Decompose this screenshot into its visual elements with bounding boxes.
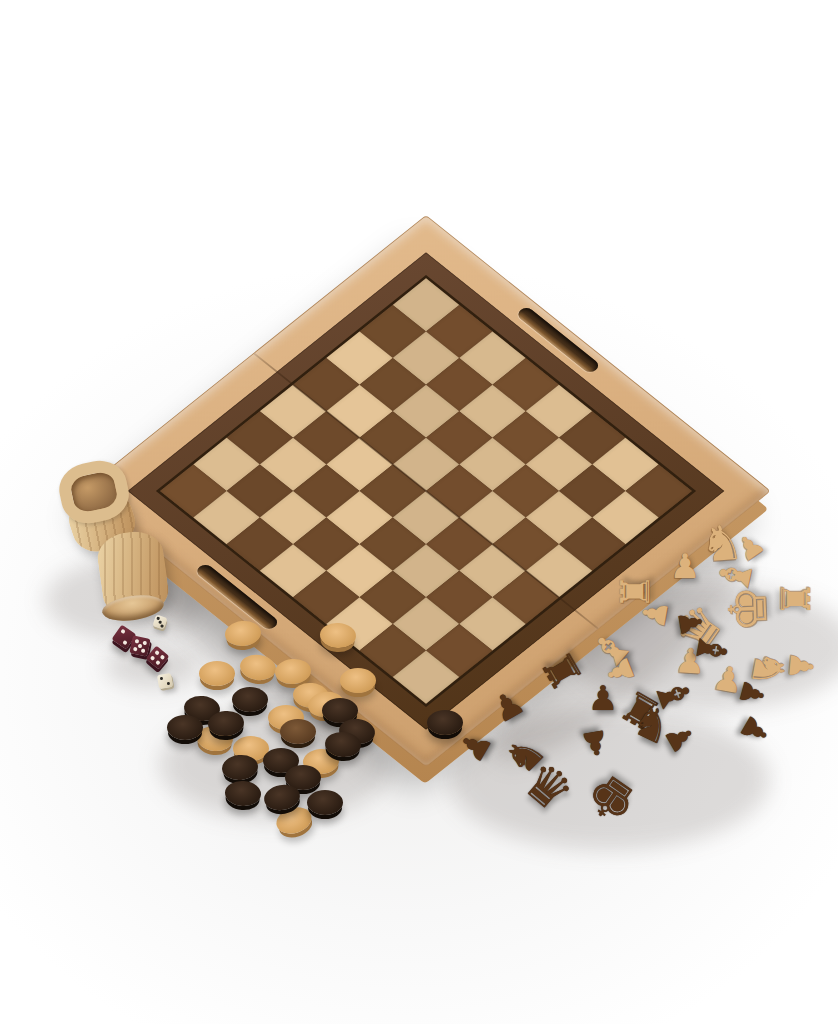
die-pip bbox=[120, 629, 126, 635]
ivory-die-2 bbox=[157, 673, 173, 689]
dark-pawn: ♟ bbox=[673, 607, 707, 639]
maroon-die-5 bbox=[129, 635, 150, 656]
light-pawn: ♟ bbox=[637, 597, 673, 631]
light-checker-disc bbox=[199, 661, 235, 686]
dark-pawn: ♟ bbox=[588, 681, 618, 715]
die-pip bbox=[133, 647, 138, 652]
dark-pawn: ♟ bbox=[578, 725, 612, 761]
die-pip bbox=[141, 648, 146, 653]
die-pip bbox=[155, 659, 160, 664]
die-pip bbox=[150, 655, 155, 660]
die-pip bbox=[160, 624, 163, 627]
die-pip bbox=[160, 677, 164, 681]
light-checker-disc bbox=[340, 668, 376, 693]
dark-checker-disc bbox=[232, 687, 268, 712]
die-pip bbox=[154, 650, 159, 655]
walnut-checker-disc bbox=[280, 719, 316, 744]
dark-checker-disc bbox=[427, 710, 463, 735]
die-pip bbox=[142, 641, 147, 646]
dice-cup-standing bbox=[100, 524, 170, 624]
dark-checker-disc bbox=[307, 790, 343, 815]
product-photo: ♞♟♜♝♚♛♟♝♟♟♟♞♟♜♟♟♜♞♝♝♜♛♚♟♟♞♟♟♟♟♟ bbox=[0, 0, 838, 1024]
light-pawn: ♟ bbox=[670, 549, 700, 583]
light-pawn: ♟ bbox=[784, 650, 818, 681]
die-pip bbox=[122, 639, 128, 645]
light-rook: ♜ bbox=[775, 581, 815, 617]
die-pip bbox=[159, 654, 164, 659]
dark-checker-disc bbox=[167, 715, 203, 740]
die-pip bbox=[166, 681, 170, 685]
